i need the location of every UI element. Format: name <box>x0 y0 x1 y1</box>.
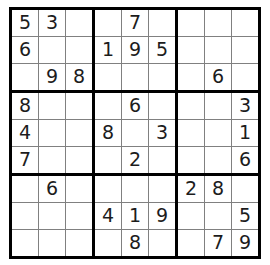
cell-r8c5[interactable]: 1 <box>122 203 148 229</box>
cell-r7c1[interactable] <box>12 176 38 202</box>
cell-r6c3[interactable] <box>66 147 92 173</box>
box-2-1: 847 <box>12 93 92 173</box>
cell-r5c5[interactable] <box>122 120 148 146</box>
cell-r7c4[interactable] <box>95 176 121 202</box>
cell-r5c6[interactable]: 3 <box>149 120 175 146</box>
cell-r9c9[interactable]: 9 <box>232 230 258 256</box>
cell-r3c7[interactable] <box>178 64 204 90</box>
cell-r6c1[interactable]: 7 <box>12 147 38 173</box>
cell-r5c9[interactable]: 1 <box>232 120 258 146</box>
cell-r8c2[interactable] <box>39 203 65 229</box>
cell-r6c8[interactable] <box>205 147 231 173</box>
cell-r2c9[interactable] <box>232 37 258 63</box>
box-2-2: 6832 <box>95 93 175 173</box>
cell-r4c8[interactable] <box>205 93 231 119</box>
cell-r4c2[interactable] <box>39 93 65 119</box>
cell-r2c2[interactable] <box>39 37 65 63</box>
cell-r3c8[interactable]: 6 <box>205 64 231 90</box>
cell-r7c8[interactable]: 8 <box>205 176 231 202</box>
cell-r2c6[interactable]: 5 <box>149 37 175 63</box>
box-3-2: 4198 <box>95 176 175 256</box>
cell-r6c9[interactable]: 6 <box>232 147 258 173</box>
cell-r8c1[interactable] <box>12 203 38 229</box>
cell-r4c3[interactable] <box>66 93 92 119</box>
cell-r2c1[interactable]: 6 <box>12 37 38 63</box>
cell-r1c3[interactable] <box>66 10 92 36</box>
sudoku-board: 536987195684768323166419828579 <box>9 7 261 259</box>
sudoku-page: 536987195684768323166419828579 <box>0 0 270 265</box>
cell-r4c7[interactable] <box>178 93 204 119</box>
cell-r3c6[interactable] <box>149 64 175 90</box>
cell-r9c3[interactable] <box>66 230 92 256</box>
cell-r1c8[interactable] <box>205 10 231 36</box>
cell-r2c7[interactable] <box>178 37 204 63</box>
cell-r5c4[interactable]: 8 <box>95 120 121 146</box>
cell-r9c7[interactable] <box>178 230 204 256</box>
cell-r3c9[interactable] <box>232 64 258 90</box>
cell-r1c9[interactable] <box>232 10 258 36</box>
cell-r2c8[interactable] <box>205 37 231 63</box>
box-1-1: 53698 <box>12 10 92 90</box>
cell-r8c6[interactable]: 9 <box>149 203 175 229</box>
cell-r3c5[interactable] <box>122 64 148 90</box>
cell-r5c8[interactable] <box>205 120 231 146</box>
cell-r9c8[interactable]: 7 <box>205 230 231 256</box>
box-2-3: 316 <box>178 93 258 173</box>
box-1-2: 7195 <box>95 10 175 90</box>
cell-r3c1[interactable] <box>12 64 38 90</box>
cell-r5c3[interactable] <box>66 120 92 146</box>
cell-r4c4[interactable] <box>95 93 121 119</box>
cell-r8c7[interactable] <box>178 203 204 229</box>
cell-r7c9[interactable] <box>232 176 258 202</box>
cell-r1c6[interactable] <box>149 10 175 36</box>
cell-r4c1[interactable]: 8 <box>12 93 38 119</box>
cell-r2c4[interactable]: 1 <box>95 37 121 63</box>
cell-r1c7[interactable] <box>178 10 204 36</box>
cell-r3c3[interactable]: 8 <box>66 64 92 90</box>
cell-r2c3[interactable] <box>66 37 92 63</box>
cell-r7c5[interactable] <box>122 176 148 202</box>
cell-r6c5[interactable]: 2 <box>122 147 148 173</box>
box-3-1: 6 <box>12 176 92 256</box>
box-1-3: 6 <box>178 10 258 90</box>
cell-r6c4[interactable] <box>95 147 121 173</box>
box-3-3: 28579 <box>178 176 258 256</box>
cell-r1c1[interactable]: 5 <box>12 10 38 36</box>
cell-r7c6[interactable] <box>149 176 175 202</box>
cell-r5c7[interactable] <box>178 120 204 146</box>
cell-r9c2[interactable] <box>39 230 65 256</box>
cell-r1c5[interactable]: 7 <box>122 10 148 36</box>
cell-r2c5[interactable]: 9 <box>122 37 148 63</box>
cell-r1c2[interactable]: 3 <box>39 10 65 36</box>
cell-r3c2[interactable]: 9 <box>39 64 65 90</box>
cell-r8c4[interactable]: 4 <box>95 203 121 229</box>
cell-r9c5[interactable]: 8 <box>122 230 148 256</box>
cell-r6c6[interactable] <box>149 147 175 173</box>
cell-r5c2[interactable] <box>39 120 65 146</box>
cell-r6c7[interactable] <box>178 147 204 173</box>
cell-r4c5[interactable]: 6 <box>122 93 148 119</box>
cell-r4c9[interactable]: 3 <box>232 93 258 119</box>
cell-r4c6[interactable] <box>149 93 175 119</box>
cell-r9c4[interactable] <box>95 230 121 256</box>
cell-r9c1[interactable] <box>12 230 38 256</box>
cell-r6c2[interactable] <box>39 147 65 173</box>
cell-r8c3[interactable] <box>66 203 92 229</box>
cell-r9c6[interactable] <box>149 230 175 256</box>
cell-r1c4[interactable] <box>95 10 121 36</box>
cell-r7c2[interactable]: 6 <box>39 176 65 202</box>
cell-r8c9[interactable]: 5 <box>232 203 258 229</box>
cell-r7c7[interactable]: 2 <box>178 176 204 202</box>
cell-r8c8[interactable] <box>205 203 231 229</box>
cell-r5c1[interactable]: 4 <box>12 120 38 146</box>
cell-r7c3[interactable] <box>66 176 92 202</box>
cell-r3c4[interactable] <box>95 64 121 90</box>
